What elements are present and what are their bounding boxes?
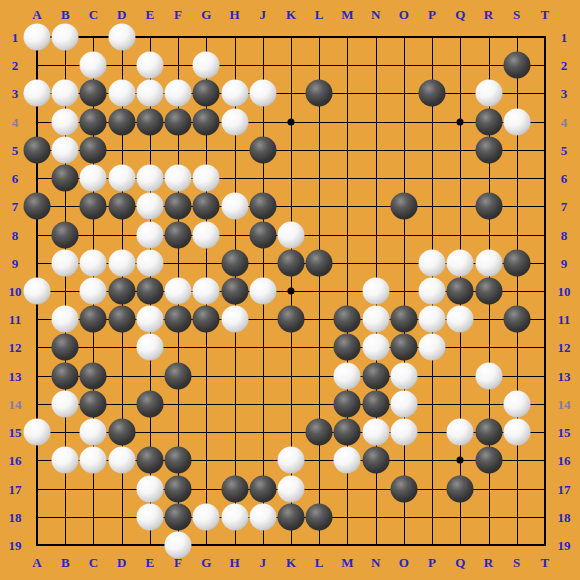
star-point-K10 (287, 287, 294, 294)
row-label-left: 19 (9, 538, 22, 551)
row-label-right: 11 (558, 313, 570, 326)
stone-white-F19[interactable] (165, 531, 192, 558)
stone-white-D9[interactable] (108, 249, 135, 276)
stone-white-H11[interactable] (221, 306, 248, 333)
stone-white-S15[interactable] (503, 419, 530, 446)
stone-white-B16[interactable] (52, 447, 79, 474)
row-label-right: 1 (561, 31, 568, 44)
stone-white-Q9[interactable] (447, 249, 474, 276)
row-label-right: 7 (561, 200, 568, 213)
go-board[interactable]: AABBCCDDEEFFGGHHJJKKLLMMNNOOPPQQRRSSTT11… (0, 0, 580, 580)
column-label-top: L (315, 8, 324, 21)
row-label-left: 16 (9, 454, 22, 467)
stone-white-E3[interactable] (136, 80, 163, 107)
stone-black-O7[interactable] (390, 193, 417, 220)
stone-white-C10[interactable] (80, 277, 107, 304)
stone-white-B11[interactable] (52, 306, 79, 333)
row-label-left: 7 (12, 200, 19, 213)
stone-black-M14[interactable] (334, 390, 361, 417)
stone-white-A3[interactable] (24, 80, 51, 107)
stone-black-D11[interactable] (108, 306, 135, 333)
row-label-right: 5 (561, 143, 568, 156)
stone-black-J8[interactable] (249, 221, 276, 248)
stone-black-E16[interactable] (136, 447, 163, 474)
row-label-right: 9 (561, 256, 568, 269)
stone-black-S11[interactable] (503, 306, 530, 333)
stone-black-J7[interactable] (249, 193, 276, 220)
stone-black-H10[interactable] (221, 277, 248, 304)
column-label-bottom: P (428, 556, 436, 569)
row-label-right: 18 (558, 510, 571, 523)
stone-white-N12[interactable] (362, 334, 389, 361)
stone-white-E18[interactable] (136, 503, 163, 530)
stone-white-M13[interactable] (334, 362, 361, 389)
stone-black-R15[interactable] (475, 419, 502, 446)
stone-white-G6[interactable] (193, 165, 220, 192)
stone-white-C6[interactable] (80, 165, 107, 192)
stone-white-D3[interactable] (108, 80, 135, 107)
stone-black-K18[interactable] (277, 503, 304, 530)
stone-white-B5[interactable] (52, 136, 79, 163)
column-label-top: Q (455, 8, 465, 21)
stone-black-C14[interactable] (80, 390, 107, 417)
stone-white-Q11[interactable] (447, 306, 474, 333)
stone-white-S14[interactable] (503, 390, 530, 417)
row-label-left: 9 (12, 256, 19, 269)
stone-black-C11[interactable] (80, 306, 107, 333)
stone-black-G11[interactable] (193, 306, 220, 333)
stone-black-B13[interactable] (52, 362, 79, 389)
stone-white-F6[interactable] (165, 165, 192, 192)
row-label-right: 12 (558, 341, 571, 354)
stone-black-D15[interactable] (108, 419, 135, 446)
row-label-left: 1 (12, 31, 19, 44)
stone-white-O13[interactable] (390, 362, 417, 389)
stone-white-N15[interactable] (362, 419, 389, 446)
stone-white-G10[interactable] (193, 277, 220, 304)
column-label-top: S (513, 8, 520, 21)
column-label-bottom: H (229, 556, 239, 569)
row-label-left: 6 (12, 172, 19, 185)
stone-white-E7[interactable] (136, 193, 163, 220)
stone-white-P11[interactable] (419, 306, 446, 333)
stone-black-O17[interactable] (390, 475, 417, 502)
stone-white-R13[interactable] (475, 362, 502, 389)
stone-white-E9[interactable] (136, 249, 163, 276)
column-label-bottom: T (541, 556, 550, 569)
row-label-left: 11 (9, 313, 21, 326)
stone-black-J17[interactable] (249, 475, 276, 502)
stone-white-K17[interactable] (277, 475, 304, 502)
column-label-top: H (229, 8, 239, 21)
row-label-left: 8 (12, 228, 19, 241)
stone-white-G8[interactable] (193, 221, 220, 248)
stone-black-F7[interactable] (165, 193, 192, 220)
stone-black-F17[interactable] (165, 475, 192, 502)
grid-line-horizontal (37, 376, 545, 377)
stone-white-R3[interactable] (475, 80, 502, 107)
stone-black-L15[interactable] (306, 419, 333, 446)
row-label-left: 3 (12, 87, 19, 100)
row-label-right: 14 (558, 397, 571, 410)
stone-white-J3[interactable] (249, 80, 276, 107)
stone-white-Q15[interactable] (447, 419, 474, 446)
column-label-bottom: M (341, 556, 353, 569)
stone-white-G2[interactable] (193, 52, 220, 79)
stone-white-E12[interactable] (136, 334, 163, 361)
stone-black-A5[interactable] (24, 136, 51, 163)
stone-black-K11[interactable] (277, 306, 304, 333)
stone-black-O11[interactable] (390, 306, 417, 333)
stone-white-O15[interactable] (390, 419, 417, 446)
stone-black-K9[interactable] (277, 249, 304, 276)
stone-black-G7[interactable] (193, 193, 220, 220)
stone-white-H7[interactable] (221, 193, 248, 220)
row-label-right: 4 (561, 115, 568, 128)
column-label-bottom: G (201, 556, 211, 569)
column-label-top: D (117, 8, 126, 21)
stone-black-F13[interactable] (165, 362, 192, 389)
stone-black-S9[interactable] (503, 249, 530, 276)
stone-white-E17[interactable] (136, 475, 163, 502)
stone-white-P12[interactable] (419, 334, 446, 361)
stone-white-N11[interactable] (362, 306, 389, 333)
row-label-right: 17 (558, 482, 571, 495)
stone-white-K8[interactable] (277, 221, 304, 248)
column-label-bottom: D (117, 556, 126, 569)
stone-white-P9[interactable] (419, 249, 446, 276)
row-label-left: 4 (12, 115, 19, 128)
row-label-left: 5 (12, 143, 19, 156)
column-label-top: J (260, 8, 267, 21)
column-label-bottom: Q (455, 556, 465, 569)
column-label-top: N (371, 8, 380, 21)
stone-black-N16[interactable] (362, 447, 389, 474)
stone-black-L3[interactable] (306, 80, 333, 107)
stone-white-C15[interactable] (80, 419, 107, 446)
column-label-top: M (341, 8, 353, 21)
stone-black-F18[interactable] (165, 503, 192, 530)
stone-white-O14[interactable] (390, 390, 417, 417)
row-label-right: 10 (558, 284, 571, 297)
column-label-top: B (61, 8, 70, 21)
row-label-right: 16 (558, 454, 571, 467)
stone-white-G18[interactable] (193, 503, 220, 530)
stone-black-R10[interactable] (475, 277, 502, 304)
stone-black-G3[interactable] (193, 80, 220, 107)
row-label-right: 3 (561, 87, 568, 100)
stone-white-B3[interactable] (52, 80, 79, 107)
stone-black-M15[interactable] (334, 419, 361, 446)
stone-black-D7[interactable] (108, 193, 135, 220)
grid-line-vertical (404, 37, 405, 545)
star-point-Q16 (457, 457, 464, 464)
column-label-bottom: C (89, 556, 98, 569)
stone-white-J18[interactable] (249, 503, 276, 530)
stone-black-M11[interactable] (334, 306, 361, 333)
stone-black-E14[interactable] (136, 390, 163, 417)
column-label-top: R (484, 8, 493, 21)
stone-white-H4[interactable] (221, 108, 248, 135)
stone-black-R4[interactable] (475, 108, 502, 135)
stone-white-D1[interactable] (108, 24, 135, 51)
column-label-bottom: O (399, 556, 409, 569)
column-label-bottom: K (286, 556, 296, 569)
stone-white-N10[interactable] (362, 277, 389, 304)
stone-black-N14[interactable] (362, 390, 389, 417)
stone-black-R16[interactable] (475, 447, 502, 474)
stone-black-N13[interactable] (362, 362, 389, 389)
stone-white-C16[interactable] (80, 447, 107, 474)
stone-white-B1[interactable] (52, 24, 79, 51)
stone-black-R5[interactable] (475, 136, 502, 163)
stone-white-A10[interactable] (24, 277, 51, 304)
stone-black-C4[interactable] (80, 108, 107, 135)
stone-black-Q17[interactable] (447, 475, 474, 502)
column-label-bottom: L (315, 556, 324, 569)
stone-white-H18[interactable] (221, 503, 248, 530)
row-label-left: 15 (9, 426, 22, 439)
stone-black-F4[interactable] (165, 108, 192, 135)
column-label-bottom: A (32, 556, 41, 569)
stone-white-A1[interactable] (24, 24, 51, 51)
stone-white-H3[interactable] (221, 80, 248, 107)
stone-white-J10[interactable] (249, 277, 276, 304)
star-point-K4 (287, 118, 294, 125)
row-label-right: 6 (561, 172, 568, 185)
grid-line-horizontal (37, 404, 545, 405)
star-point-Q4 (457, 118, 464, 125)
column-label-top: F (174, 8, 182, 21)
stone-white-E2[interactable] (136, 52, 163, 79)
row-label-right: 2 (561, 59, 568, 72)
stone-white-P10[interactable] (419, 277, 446, 304)
stone-black-Q10[interactable] (447, 277, 474, 304)
column-label-bottom: R (484, 556, 493, 569)
row-label-left: 10 (9, 284, 22, 297)
stone-black-S2[interactable] (503, 52, 530, 79)
stone-black-E4[interactable] (136, 108, 163, 135)
row-label-right: 8 (561, 228, 568, 241)
row-label-right: 13 (558, 369, 571, 382)
row-label-left: 2 (12, 59, 19, 72)
row-label-left: 13 (9, 369, 22, 382)
stone-white-M16[interactable] (334, 447, 361, 474)
stone-black-C7[interactable] (80, 193, 107, 220)
stone-white-D6[interactable] (108, 165, 135, 192)
grid-line-horizontal (37, 347, 545, 348)
column-label-bottom: B (61, 556, 70, 569)
stone-black-A7[interactable] (24, 193, 51, 220)
stone-black-O12[interactable] (390, 334, 417, 361)
stone-white-F3[interactable] (165, 80, 192, 107)
column-label-top: T (541, 8, 550, 21)
column-label-bottom: E (146, 556, 155, 569)
row-label-right: 19 (558, 538, 571, 551)
stone-white-S4[interactable] (503, 108, 530, 135)
row-label-left: 12 (9, 341, 22, 354)
stone-black-C3[interactable] (80, 80, 107, 107)
stone-white-R9[interactable] (475, 249, 502, 276)
stone-black-F16[interactable] (165, 447, 192, 474)
column-label-bottom: S (513, 556, 520, 569)
stone-white-B9[interactable] (52, 249, 79, 276)
column-label-top: A (32, 8, 41, 21)
stone-black-E10[interactable] (136, 277, 163, 304)
stone-black-C5[interactable] (80, 136, 107, 163)
grid-line-vertical (319, 37, 320, 545)
column-label-top: E (146, 8, 155, 21)
column-label-top: P (428, 8, 436, 21)
stone-white-B4[interactable] (52, 108, 79, 135)
row-label-left: 17 (9, 482, 22, 495)
row-label-right: 15 (558, 426, 571, 439)
stone-black-G4[interactable] (193, 108, 220, 135)
stone-black-B6[interactable] (52, 165, 79, 192)
stone-white-E6[interactable] (136, 165, 163, 192)
column-label-bottom: N (371, 556, 380, 569)
stone-white-K16[interactable] (277, 447, 304, 474)
stone-black-D10[interactable] (108, 277, 135, 304)
stone-black-B12[interactable] (52, 334, 79, 361)
stone-white-B14[interactable] (52, 390, 79, 417)
stone-black-F8[interactable] (165, 221, 192, 248)
stone-white-E8[interactable] (136, 221, 163, 248)
column-label-top: C (89, 8, 98, 21)
column-label-top: G (201, 8, 211, 21)
stone-black-C13[interactable] (80, 362, 107, 389)
stone-black-J5[interactable] (249, 136, 276, 163)
row-label-left: 14 (9, 397, 22, 410)
row-label-left: 18 (9, 510, 22, 523)
stone-white-A15[interactable] (24, 419, 51, 446)
stone-white-F10[interactable] (165, 277, 192, 304)
stone-black-R7[interactable] (475, 193, 502, 220)
stone-black-B8[interactable] (52, 221, 79, 248)
column-label-top: O (399, 8, 409, 21)
stone-black-D4[interactable] (108, 108, 135, 135)
stone-black-P3[interactable] (419, 80, 446, 107)
stone-white-C2[interactable] (80, 52, 107, 79)
stone-black-L18[interactable] (306, 503, 333, 530)
stone-black-H17[interactable] (221, 475, 248, 502)
column-label-bottom: J (260, 556, 267, 569)
stone-black-F11[interactable] (165, 306, 192, 333)
stone-black-L9[interactable] (306, 249, 333, 276)
stone-black-H9[interactable] (221, 249, 248, 276)
stone-white-C9[interactable] (80, 249, 107, 276)
stone-black-M12[interactable] (334, 334, 361, 361)
stone-white-E11[interactable] (136, 306, 163, 333)
column-label-top: K (286, 8, 296, 21)
stone-white-D16[interactable] (108, 447, 135, 474)
